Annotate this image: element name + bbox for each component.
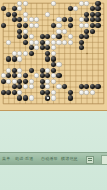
white-stone <box>90 90 95 95</box>
black-stone <box>95 84 100 89</box>
white-stone <box>29 17 34 22</box>
white-stone <box>17 90 22 95</box>
white-stone <box>17 51 22 56</box>
white-stone <box>45 79 50 84</box>
black-stone <box>79 84 84 89</box>
black-stone <box>17 79 22 84</box>
list-lines-icon <box>88 158 92 161</box>
white-stone <box>17 6 22 11</box>
black-stone <box>45 34 50 39</box>
white-stone <box>56 40 61 45</box>
black-stone <box>84 29 89 34</box>
white-stone <box>12 51 17 56</box>
black-stone <box>79 40 84 45</box>
white-stone <box>79 23 84 28</box>
black-stone <box>95 17 100 22</box>
black-stone <box>40 79 45 84</box>
white-stone <box>79 90 84 95</box>
menu-button[interactable] <box>86 156 94 164</box>
white-stone <box>79 17 84 22</box>
black-stone <box>68 6 73 11</box>
black-stone <box>62 17 67 22</box>
white-stone <box>73 6 78 11</box>
black-stone <box>29 68 34 73</box>
black-stone <box>23 23 28 28</box>
stones-layer <box>0 0 106 106</box>
board-intersection[interactable] <box>101 101 107 107</box>
white-stone <box>51 73 56 78</box>
last-move-marker <box>47 97 48 98</box>
white-stone <box>51 40 56 45</box>
black-stone <box>40 34 45 39</box>
white-stone <box>62 29 67 34</box>
white-stone <box>17 56 22 61</box>
white-stone <box>1 73 6 78</box>
white-stone <box>56 84 61 89</box>
black-stone <box>1 6 6 11</box>
white-stone <box>51 79 56 84</box>
white-stone <box>51 95 56 100</box>
white-stone <box>51 90 56 95</box>
black-stone <box>6 73 11 78</box>
black-stone <box>17 17 22 22</box>
black-stone <box>90 29 95 34</box>
black-stone <box>45 56 50 61</box>
bottom-toolbar: 菜单 前进·后退 自动播放 棋谱信息 <box>0 152 107 165</box>
white-stone <box>51 1 56 6</box>
white-stone <box>56 23 61 28</box>
white-stone <box>34 40 39 45</box>
black-stone <box>17 34 22 39</box>
go-board[interactable] <box>0 0 107 111</box>
app-screen: 菜单 前进·后退 自动播放 棋谱信息 <box>0 0 107 190</box>
white-stone <box>6 68 11 73</box>
white-stone <box>29 40 34 45</box>
black-stone <box>95 1 100 6</box>
black-stone <box>40 84 45 89</box>
black-stone <box>6 12 11 17</box>
white-stone <box>84 90 89 95</box>
black-stone <box>84 34 89 39</box>
white-stone <box>62 40 67 45</box>
white-stone <box>84 1 89 6</box>
white-stone <box>23 51 28 56</box>
toolbar-item-navigation[interactable]: 前进·后退 <box>15 153 33 165</box>
white-stone <box>29 34 34 39</box>
black-stone <box>40 40 45 45</box>
white-stone <box>6 79 11 84</box>
black-stone <box>23 73 28 78</box>
white-stone <box>17 73 22 78</box>
black-stone <box>12 90 17 95</box>
white-stone <box>6 40 11 45</box>
white-stone <box>29 95 34 100</box>
toolbar-item-autoplay[interactable]: 自动播放 <box>41 153 58 165</box>
white-stone <box>68 34 73 39</box>
black-stone <box>90 12 95 17</box>
black-stone <box>12 17 17 22</box>
white-stone <box>51 51 56 56</box>
black-stone <box>90 17 95 22</box>
black-stone <box>84 17 89 22</box>
white-stone <box>45 84 50 89</box>
black-stone <box>62 84 67 89</box>
black-stone <box>68 95 73 100</box>
black-stone <box>1 23 6 28</box>
black-stone <box>84 84 89 89</box>
toolbar-partial-button[interactable] <box>101 155 107 165</box>
white-stone <box>45 68 50 73</box>
toolbar-item-menu[interactable]: 菜单 <box>2 153 10 165</box>
black-stone <box>40 90 45 95</box>
white-stone <box>68 40 73 45</box>
black-stone <box>95 23 100 28</box>
white-stone <box>29 79 34 84</box>
white-stone <box>29 23 34 28</box>
black-stone <box>51 23 56 28</box>
black-stone <box>45 45 50 50</box>
black-stone <box>45 73 50 78</box>
white-stone <box>56 17 61 22</box>
black-stone <box>23 79 28 84</box>
black-stone <box>68 17 73 22</box>
black-stone <box>51 62 56 67</box>
black-stone <box>56 34 61 39</box>
white-stone <box>23 29 28 34</box>
white-stone <box>45 12 50 17</box>
black-stone <box>56 73 61 78</box>
black-stone <box>1 90 6 95</box>
white-stone <box>56 29 61 34</box>
black-stone <box>79 34 84 39</box>
white-stone <box>84 23 89 28</box>
black-stone <box>90 6 95 11</box>
white-stone <box>23 12 28 17</box>
black-stone <box>6 90 11 95</box>
white-stone <box>79 1 84 6</box>
black-stone <box>90 23 95 28</box>
black-stone <box>1 79 6 84</box>
black-stone <box>12 68 17 73</box>
black-stone <box>51 68 56 73</box>
white-stone <box>29 84 34 89</box>
white-stone <box>23 84 28 89</box>
black-stone <box>84 12 89 17</box>
black-stone <box>45 90 50 95</box>
black-stone <box>29 45 34 50</box>
black-stone <box>17 23 22 28</box>
black-stone <box>12 73 17 78</box>
black-stone <box>40 45 45 50</box>
black-stone <box>95 12 100 17</box>
toolbar-item-info[interactable]: 棋谱信息 <box>61 153 78 165</box>
white-stone <box>23 1 28 6</box>
black-stone <box>51 56 56 61</box>
white-stone <box>17 1 22 6</box>
black-stone <box>29 51 34 56</box>
black-stone <box>12 56 17 61</box>
black-stone <box>12 84 17 89</box>
white-stone <box>34 73 39 78</box>
black-stone <box>40 68 45 73</box>
black-stone <box>68 90 73 95</box>
black-stone <box>79 45 84 50</box>
black-stone <box>23 95 28 100</box>
black-stone <box>45 51 50 56</box>
black-stone <box>17 95 22 100</box>
white-stone <box>17 68 22 73</box>
black-stone <box>40 73 45 78</box>
black-stone <box>6 56 11 61</box>
black-stone <box>23 40 28 45</box>
white-stone <box>56 62 61 67</box>
white-stone <box>45 40 50 45</box>
black-stone <box>17 29 22 34</box>
white-stone <box>34 23 39 28</box>
white-stone <box>51 45 56 50</box>
black-stone <box>12 6 17 11</box>
black-stone <box>68 23 73 28</box>
black-stone <box>45 95 50 100</box>
black-stone <box>23 34 28 39</box>
black-stone <box>95 6 100 11</box>
white-stone <box>34 45 39 50</box>
white-stone <box>51 34 56 39</box>
black-stone <box>17 84 22 89</box>
white-stone <box>12 79 17 84</box>
white-stone <box>34 17 39 22</box>
black-stone <box>12 12 17 17</box>
black-stone <box>90 84 95 89</box>
white-stone <box>23 17 28 22</box>
